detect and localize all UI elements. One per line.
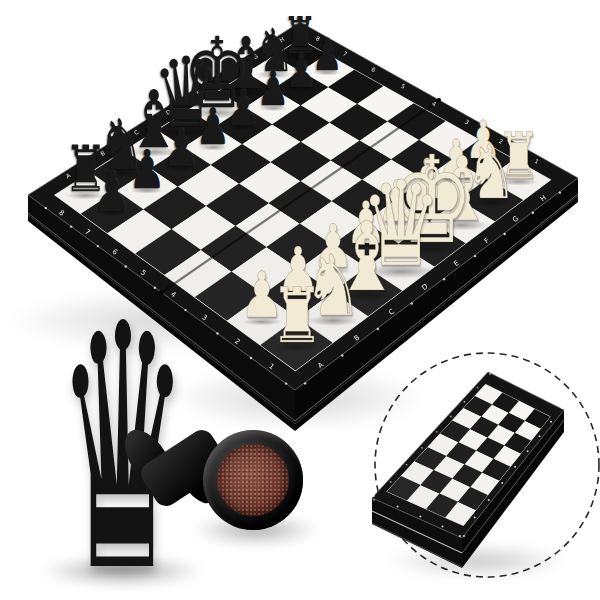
lying-piece-magnet-base xyxy=(203,430,303,530)
closeup-pieces: ♛ xyxy=(0,0,600,600)
closeup-lying-piece xyxy=(0,0,600,600)
lying-piece-felt xyxy=(217,444,289,516)
product-photo: A11AB22BC33CD44DE55EF66FG77GH88H ♜♞♟♝♟♚♟… xyxy=(0,0,600,600)
